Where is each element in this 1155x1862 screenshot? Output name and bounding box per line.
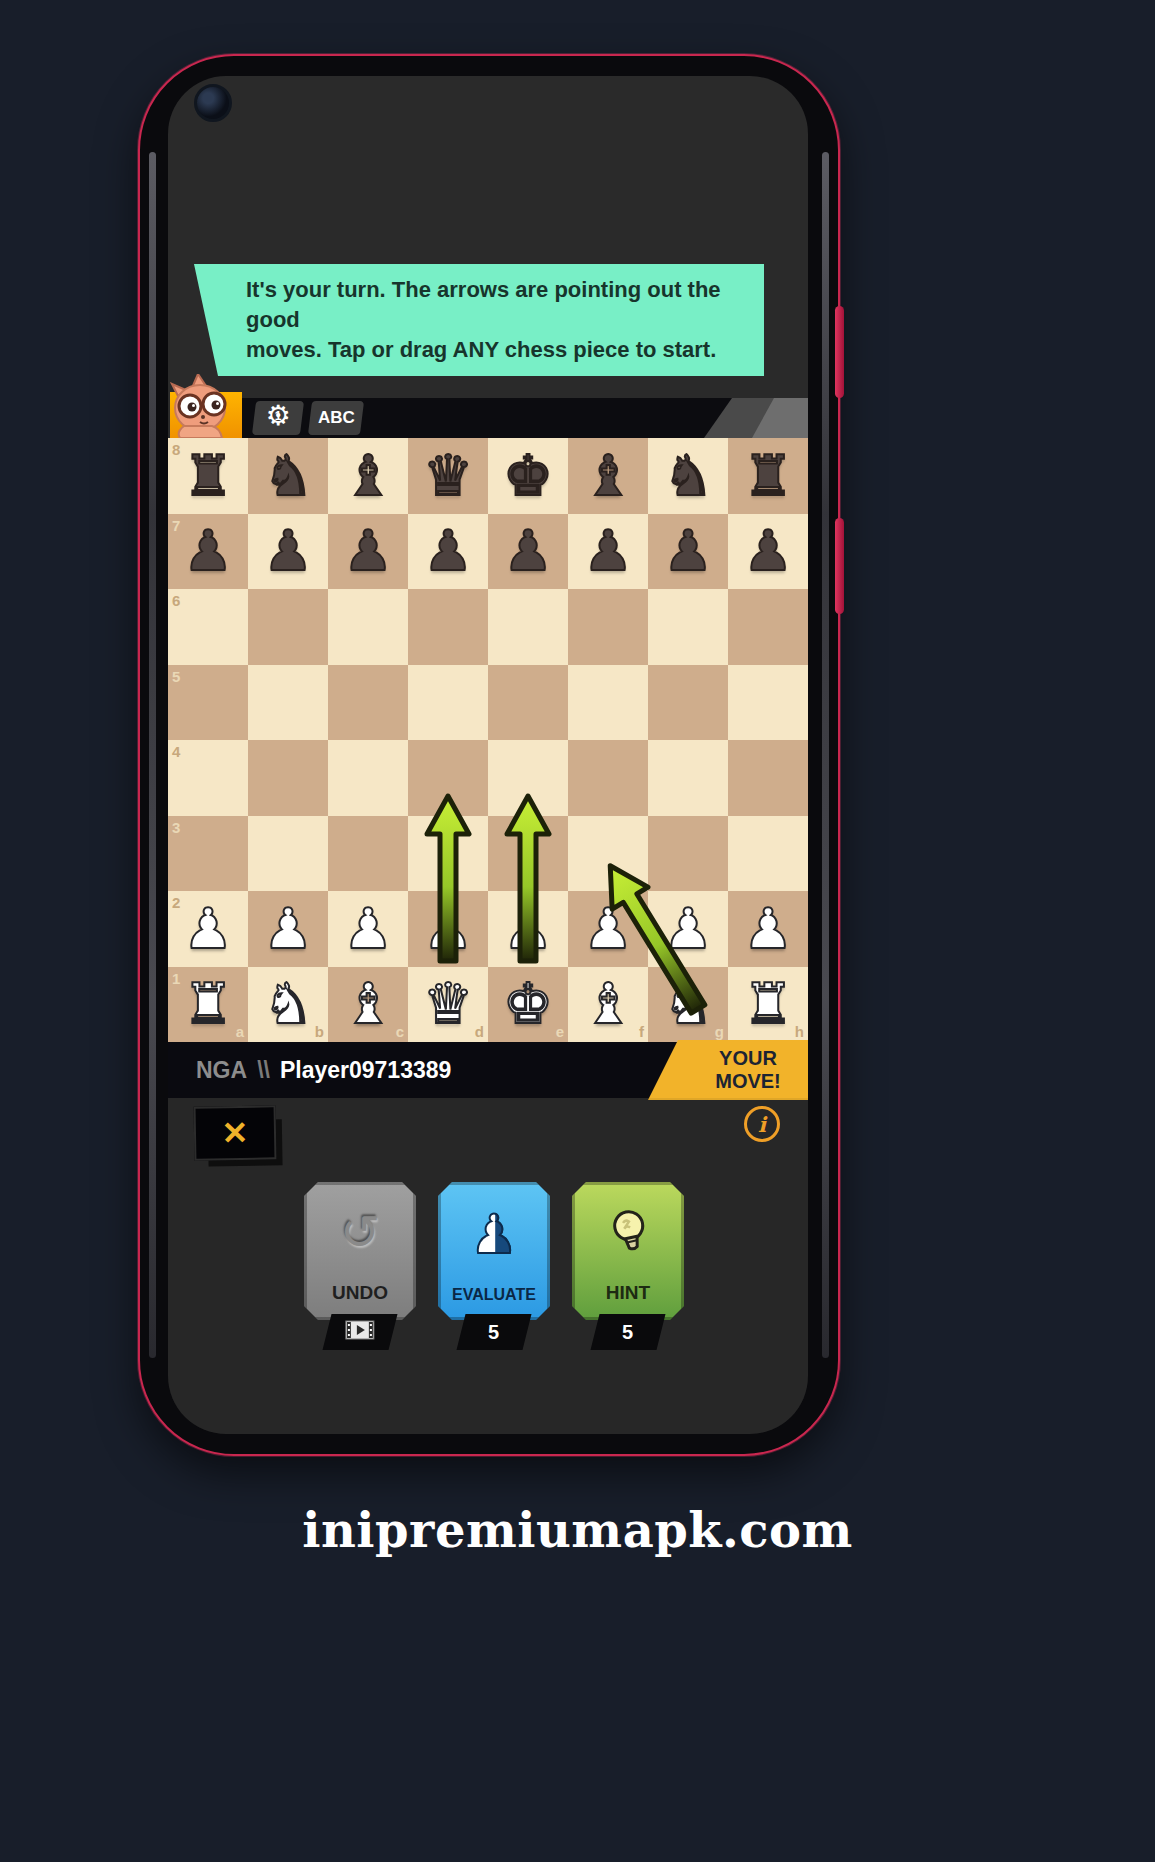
square-e8[interactable]: ♚ (488, 438, 568, 514)
square-d4[interactable] (408, 740, 488, 816)
square-g5[interactable] (648, 665, 728, 741)
tutorial-banner: It's your turn. The arrows are pointing … (194, 264, 764, 376)
power-button (835, 518, 844, 614)
square-f2[interactable]: ♟ (568, 891, 648, 967)
piece-white-pawn[interactable]: ♟ (488, 891, 568, 967)
piece-black-pawn[interactable]: ♟ (728, 514, 808, 590)
piece-white-queen[interactable]: ♛ (408, 967, 488, 1043)
square-a2[interactable]: 2♟ (168, 891, 248, 967)
square-d6[interactable] (408, 589, 488, 665)
square-c2[interactable]: ♟ (328, 891, 408, 967)
square-c1[interactable]: c♝ (328, 967, 408, 1043)
piece-white-rook[interactable]: ♜ (168, 967, 248, 1043)
square-f1[interactable]: f♝ (568, 967, 648, 1043)
piece-black-rook[interactable]: ♜ (728, 438, 808, 514)
info-icon: i (758, 1112, 766, 1137)
square-e6[interactable] (488, 589, 568, 665)
abc-coordinates-toggle[interactable]: ABC (308, 401, 364, 435)
evaluate-label: EVALUATE (452, 1286, 536, 1304)
close-icon: ✕ (221, 1117, 248, 1149)
watermark-text: inipremiumapk.com (0, 1502, 1155, 1558)
piece-black-pawn[interactable]: ♟ (488, 514, 568, 590)
square-c3[interactable] (328, 816, 408, 892)
evaluate-pawn-icon: ♟♟ (464, 1204, 524, 1264)
piece-black-pawn[interactable]: ♟ (248, 514, 328, 590)
front-camera (194, 84, 232, 122)
piece-white-rook[interactable]: ♜ (728, 967, 808, 1043)
piece-black-king[interactable]: ♚ (488, 438, 568, 514)
square-e2[interactable]: ♟ (488, 891, 568, 967)
piece-white-knight[interactable]: ♞ (248, 967, 328, 1043)
square-d7[interactable]: ♟ (408, 514, 488, 590)
square-a4[interactable]: 4 (168, 740, 248, 816)
square-e5[interactable] (488, 665, 568, 741)
square-h3[interactable] (728, 816, 808, 892)
player-separator: \\ (257, 1057, 270, 1084)
square-d8[interactable]: ♛ (408, 438, 488, 514)
phone-frame: It's your turn. The arrows are pointing … (138, 54, 840, 1456)
square-g3[interactable] (648, 816, 728, 892)
tutorial-banner-line2: moves. Tap or drag ANY chess piece to st… (246, 335, 764, 365)
square-b5[interactable] (248, 665, 328, 741)
player-country: NGA (196, 1057, 247, 1084)
turn-badge-text: YOUR MOVE! (704, 1047, 792, 1093)
piece-black-pawn[interactable]: ♟ (408, 514, 488, 590)
square-b2[interactable]: ♟ (248, 891, 328, 967)
square-a5[interactable]: 5 (168, 665, 248, 741)
abc-label: ABC (318, 408, 355, 428)
square-d5[interactable] (408, 665, 488, 741)
square-c4[interactable] (328, 740, 408, 816)
piece-white-bishop[interactable]: ♝ (328, 967, 408, 1043)
square-c6[interactable] (328, 589, 408, 665)
piece-black-knight[interactable]: ♞ (648, 438, 728, 514)
piece-black-rook[interactable]: ♜ (168, 438, 248, 514)
piece-white-pawn[interactable]: ♟ (248, 891, 328, 967)
square-f5[interactable] (568, 665, 648, 741)
square-b7[interactable]: ♟ (248, 514, 328, 590)
undo-ad-chip[interactable] (323, 1314, 398, 1350)
square-a6[interactable]: 6 (168, 589, 248, 665)
tutorial-overlay: ✕ i ↺ UNDO ♟♟ EVALUATE (168, 1098, 808, 1434)
square-h6[interactable] (728, 589, 808, 665)
piece-white-pawn[interactable]: ♟ (568, 891, 648, 967)
watch-ad-icon (345, 1320, 375, 1340)
square-b4[interactable] (248, 740, 328, 816)
piece-white-pawn[interactable]: ♟ (408, 891, 488, 967)
square-f6[interactable] (568, 589, 648, 665)
square-b6[interactable] (248, 589, 328, 665)
square-a3[interactable]: 3 (168, 816, 248, 892)
square-h7[interactable]: ♟ (728, 514, 808, 590)
tutorial-banner-line1: It's your turn. The arrows are pointing … (246, 275, 764, 335)
info-button[interactable]: i (744, 1106, 780, 1142)
piece-black-pawn[interactable]: ♟ (328, 514, 408, 590)
header-bar: ⚙ 1 ABC (242, 398, 808, 438)
rank-label-6: 6 (172, 592, 180, 609)
rank-label-4: 4 (172, 743, 180, 760)
hint-button[interactable]: HINT (572, 1182, 684, 1320)
square-a8[interactable]: 8♜ (168, 438, 248, 514)
cat-avatar-image (170, 374, 242, 438)
piece-black-pawn[interactable]: ♟ (648, 514, 728, 590)
square-g2[interactable]: ♟ (648, 891, 728, 967)
square-b8[interactable]: ♞ (248, 438, 328, 514)
square-d1[interactable]: d♛ (408, 967, 488, 1043)
piece-black-queen[interactable]: ♛ (408, 438, 488, 514)
piece-white-king[interactable]: ♚ (488, 967, 568, 1043)
piece-black-pawn[interactable]: ♟ (568, 514, 648, 590)
undo-arrow-icon: ↺ (340, 1204, 380, 1260)
square-g8[interactable]: ♞ (648, 438, 728, 514)
square-h5[interactable] (728, 665, 808, 741)
square-d3[interactable] (408, 816, 488, 892)
evaluate-count-chip: 5 (457, 1314, 532, 1350)
piece-white-bishop[interactable]: ♝ (568, 967, 648, 1043)
square-h1[interactable]: h♜ (728, 967, 808, 1043)
square-b3[interactable] (248, 816, 328, 892)
rank-label-5: 5 (172, 668, 180, 685)
hint-count-chip: 5 (591, 1314, 666, 1350)
square-e3[interactable] (488, 816, 568, 892)
undo-label: UNDO (332, 1282, 388, 1304)
square-c8[interactable]: ♝ (328, 438, 408, 514)
rank-label-3: 3 (172, 819, 180, 836)
piece-white-pawn[interactable]: ♟ (648, 891, 728, 967)
square-f3[interactable] (568, 816, 648, 892)
square-g7[interactable]: ♟ (648, 514, 728, 590)
square-b1[interactable]: b♞ (248, 967, 328, 1043)
settings-button[interactable]: ⚙ 1 (252, 401, 304, 435)
square-f7[interactable]: ♟ (568, 514, 648, 590)
piece-white-pawn[interactable]: ♟ (328, 891, 408, 967)
player-avatar[interactable] (170, 392, 242, 438)
square-a1[interactable]: 1a♜ (168, 967, 248, 1043)
close-button[interactable]: ✕ (194, 1105, 277, 1160)
square-g4[interactable] (648, 740, 728, 816)
square-g1[interactable]: g♞ (648, 967, 728, 1043)
square-g6[interactable] (648, 589, 728, 665)
square-c5[interactable] (328, 665, 408, 741)
square-a7[interactable]: 7♟ (168, 514, 248, 590)
piece-black-knight[interactable]: ♞ (248, 438, 328, 514)
lightbulb-icon (601, 1204, 654, 1260)
square-e4[interactable] (488, 740, 568, 816)
piece-black-pawn[interactable]: ♟ (168, 514, 248, 590)
evaluate-button[interactable]: ♟♟ EVALUATE (438, 1182, 550, 1320)
square-f4[interactable] (568, 740, 648, 816)
square-h4[interactable] (728, 740, 808, 816)
volume-button (835, 306, 844, 398)
square-e7[interactable]: ♟ (488, 514, 568, 590)
chess-board: 8♜♞♝♛♚♝♞♜7♟♟♟♟♟♟♟♟65432♟♟♟♟♟♟♟♟1a♜b♞c♝d♛… (168, 438, 808, 1042)
right-bezel-highlight (822, 152, 829, 1358)
square-h8[interactable]: ♜ (728, 438, 808, 514)
square-h2[interactable]: ♟ (728, 891, 808, 967)
piece-white-pawn[interactable]: ♟ (728, 891, 808, 967)
piece-black-bishop[interactable]: ♝ (568, 438, 648, 514)
evaluate-count: 5 (488, 1321, 499, 1344)
square-f8[interactable]: ♝ (568, 438, 648, 514)
left-bezel-highlight (149, 152, 156, 1358)
undo-button[interactable]: ↺ UNDO (304, 1182, 416, 1320)
piece-white-pawn[interactable]: ♟ (168, 891, 248, 967)
piece-black-bishop[interactable]: ♝ (328, 438, 408, 514)
game-screen: It's your turn. The arrows are pointing … (168, 76, 808, 1434)
square-e1[interactable]: e♚ (488, 967, 568, 1043)
square-c7[interactable]: ♟ (328, 514, 408, 590)
hint-count: 5 (622, 1321, 633, 1344)
player-name: Player09713389 (280, 1057, 451, 1084)
hint-label: HINT (606, 1282, 650, 1304)
piece-white-knight[interactable]: ♞ (648, 967, 728, 1043)
square-d2[interactable]: ♟ (408, 891, 488, 967)
gear-level: 1 (262, 409, 294, 423)
